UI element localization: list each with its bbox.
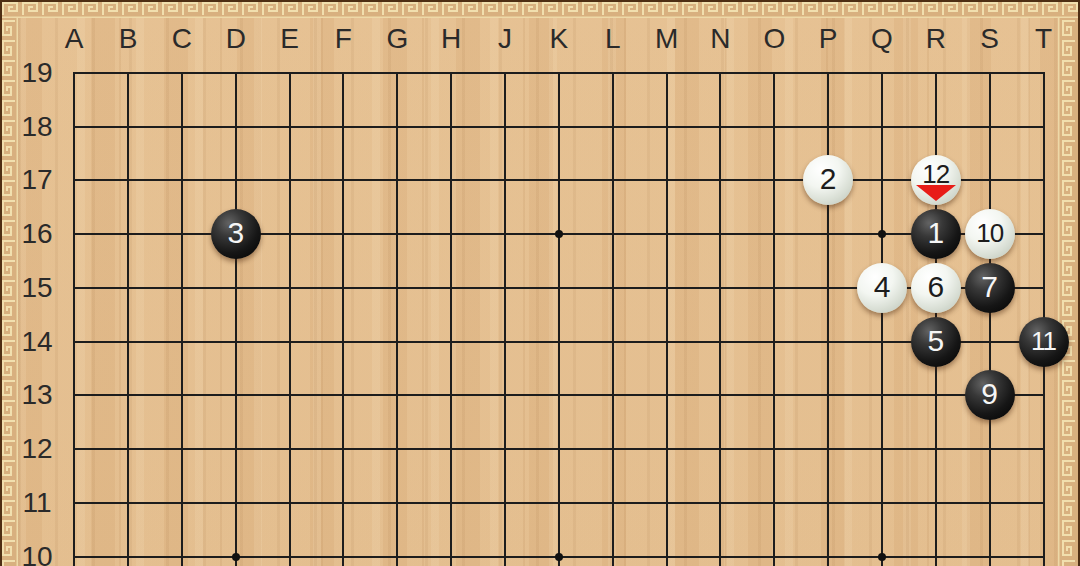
grid-line-vertical-J	[504, 72, 506, 566]
grid-line-horizontal-12	[73, 448, 1044, 450]
border-meander-top	[0, 0, 1080, 18]
stone-black-1-R16[interactable]: 1	[911, 209, 961, 259]
column-label-A: A	[65, 25, 84, 53]
grid-line-vertical-C	[181, 72, 183, 566]
border-meander-left	[0, 18, 18, 566]
row-label-18: 18	[21, 113, 52, 141]
star-point-Q10	[878, 553, 886, 561]
grid-line-vertical-H	[450, 72, 452, 566]
grid-line-vertical-E	[289, 72, 291, 566]
grid-line-vertical-F	[342, 72, 344, 566]
column-label-O: O	[763, 25, 785, 53]
column-label-N: N	[710, 25, 730, 53]
grid-line-vertical-M	[666, 72, 668, 566]
row-label-12: 12	[21, 435, 52, 463]
grid-line-vertical-P	[827, 72, 829, 566]
stone-number: 3	[227, 218, 244, 248]
row-label-16: 16	[21, 220, 52, 248]
column-label-G: G	[386, 25, 408, 53]
grid-line-vertical-L	[612, 72, 614, 566]
stone-white-6-R15[interactable]: 6	[911, 263, 961, 313]
column-label-F: F	[335, 25, 352, 53]
stone-black-5-R14[interactable]: 5	[911, 317, 961, 367]
stone-white-2-P17[interactable]: 2	[803, 155, 853, 205]
column-label-B: B	[119, 25, 138, 53]
frame-edge-left	[0, 0, 2, 566]
grid-line-vertical-D	[235, 72, 237, 566]
column-label-Q: Q	[871, 25, 893, 53]
frame-edge-top	[0, 0, 1080, 2]
star-point-Q16	[878, 230, 886, 238]
row-label-10: 10	[21, 543, 52, 566]
row-label-17: 17	[21, 166, 52, 194]
stone-black-7-S15[interactable]: 7	[965, 263, 1015, 313]
grid-line-vertical-N	[719, 72, 721, 566]
column-label-K: K	[550, 25, 569, 53]
stone-number: 2	[820, 164, 837, 194]
stone-black-3-D16[interactable]: 3	[211, 209, 261, 259]
grid-line-vertical-K	[558, 72, 560, 566]
column-label-J: J	[498, 25, 512, 53]
star-point-K10	[555, 553, 563, 561]
grid-line-horizontal-17	[73, 179, 1044, 181]
stone-number: 7	[981, 272, 998, 302]
column-label-M: M	[655, 25, 678, 53]
grid-line-vertical-A	[73, 72, 75, 566]
stone-number: 1	[927, 218, 944, 248]
stone-number: 6	[927, 272, 944, 302]
grid-line-horizontal-18	[73, 126, 1044, 128]
grid-line-vertical-B	[127, 72, 129, 566]
stone-white-4-Q15[interactable]: 4	[857, 263, 907, 313]
row-label-15: 15	[21, 274, 52, 302]
border-meander-right	[1058, 18, 1080, 566]
go-board-screenshot: ABCDEFGHJKLMNOPQRST191817161514131211101…	[0, 0, 1080, 566]
grid-line-vertical-Q	[881, 72, 883, 566]
stone-number: 4	[874, 272, 891, 302]
stone-number: 9	[981, 379, 998, 409]
stone-white-12-R17[interactable]: 12	[911, 155, 961, 205]
stone-number: 12	[922, 161, 949, 187]
row-label-11: 11	[22, 489, 51, 517]
stone-white-10-S16[interactable]: 10	[965, 209, 1015, 259]
grid-line-vertical-G	[396, 72, 398, 566]
grid-line-horizontal-11	[73, 502, 1044, 504]
grid-line-horizontal-13	[73, 394, 1044, 396]
star-point-K16	[555, 230, 563, 238]
star-point-D10	[232, 553, 240, 561]
stone-number: 5	[927, 326, 944, 356]
column-label-L: L	[605, 25, 621, 53]
column-label-S: S	[980, 25, 999, 53]
stone-number: 10	[976, 220, 1003, 246]
board-layer: ABCDEFGHJKLMNOPQRST191817161514131211101…	[0, 0, 1080, 566]
grid-line-horizontal-19	[73, 72, 1044, 74]
column-label-R: R	[926, 25, 946, 53]
stone-number: 11	[1031, 328, 1056, 354]
column-label-H: H	[441, 25, 461, 53]
grid-line-vertical-S	[989, 72, 991, 566]
row-label-19: 19	[21, 59, 52, 87]
row-label-14: 14	[21, 328, 52, 356]
column-label-D: D	[226, 25, 246, 53]
stone-black-11-T14[interactable]: 11	[1019, 317, 1069, 367]
column-label-T: T	[1035, 25, 1052, 53]
grid-line-horizontal-14	[73, 341, 1044, 343]
column-label-C: C	[172, 25, 192, 53]
grid-line-vertical-O	[773, 72, 775, 566]
column-label-E: E	[280, 25, 299, 53]
stone-black-9-S13[interactable]: 9	[965, 370, 1015, 420]
column-label-P: P	[819, 25, 838, 53]
last-move-marker-triangle	[916, 185, 956, 201]
row-label-13: 13	[21, 381, 52, 409]
